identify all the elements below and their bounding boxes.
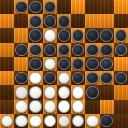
square-r3c8[interactable]: [114, 43, 128, 57]
square-r5c6[interactable]: [85, 71, 99, 85]
square-r7c3[interactable]: [43, 100, 57, 114]
black-piece[interactable]: [100, 58, 112, 70]
square-r1c7[interactable]: [100, 14, 114, 28]
square-r4c3[interactable]: [43, 57, 57, 71]
square-r2c4[interactable]: [57, 28, 71, 42]
black-piece[interactable]: [100, 72, 112, 84]
square-r8c7[interactable]: [100, 114, 114, 128]
square-r2c0[interactable]: [0, 28, 14, 42]
square-r8c8[interactable]: [114, 114, 128, 128]
square-r7c0[interactable]: [0, 100, 14, 114]
white-piece[interactable]: [58, 100, 70, 112]
square-r3c1[interactable]: [14, 43, 28, 57]
square-r6c3[interactable]: [43, 85, 57, 99]
square-r4c0[interactable]: [0, 57, 14, 71]
black-piece[interactable]: [29, 15, 41, 27]
square-r6c7[interactable]: [100, 85, 114, 99]
square-r2c7[interactable]: [100, 28, 114, 42]
square-r5c3[interactable]: [43, 71, 57, 85]
black-piece[interactable]: [115, 29, 127, 41]
black-piece[interactable]: [86, 72, 98, 84]
square-r6c4[interactable]: [57, 85, 71, 99]
square-r2c3[interactable]: [43, 28, 57, 42]
square-r2c6[interactable]: [85, 28, 99, 42]
square-r7c6[interactable]: [85, 100, 99, 114]
square-r4c6[interactable]: [85, 57, 99, 71]
square-r8c6[interactable]: [85, 114, 99, 128]
square-r5c0[interactable]: [0, 71, 14, 85]
white-piece[interactable]: [58, 115, 70, 127]
black-piece[interactable]: [58, 44, 70, 56]
square-r6c5[interactable]: [71, 85, 85, 99]
white-piece[interactable]: [1, 115, 13, 127]
black-piece[interactable]: [15, 44, 27, 56]
square-r4c7[interactable]: [100, 57, 114, 71]
black-piece[interactable]: [29, 58, 41, 70]
square-r8c5[interactable]: [71, 114, 85, 128]
black-piece[interactable]: [86, 86, 98, 98]
black-piece[interactable]: [86, 29, 98, 41]
square-r8c3[interactable]: [43, 114, 57, 128]
square-r2c8[interactable]: [114, 28, 128, 42]
black-piece[interactable]: [58, 15, 70, 27]
square-r5c1[interactable]: [14, 71, 28, 85]
square-r0c6[interactable]: [85, 0, 99, 14]
black-piece[interactable]: [15, 1, 27, 13]
black-piece[interactable]: [86, 44, 98, 56]
square-r6c2[interactable]: [28, 85, 42, 99]
square-r1c6[interactable]: [85, 14, 99, 28]
square-r3c0[interactable]: [0, 43, 14, 57]
square-r0c8[interactable]: [114, 0, 128, 14]
white-piece[interactable]: [58, 72, 70, 84]
white-piece[interactable]: [86, 115, 98, 127]
black-piece[interactable]: [29, 1, 41, 13]
square-r7c4[interactable]: [57, 100, 71, 114]
black-piece[interactable]: [72, 44, 84, 56]
white-piece[interactable]: [44, 29, 56, 41]
square-r4c5[interactable]: [71, 57, 85, 71]
square-r8c2[interactable]: [28, 114, 42, 128]
white-piece[interactable]: [58, 86, 70, 98]
square-r0c7[interactable]: [100, 0, 114, 14]
square-r1c1[interactable]: [14, 14, 28, 28]
square-r1c4[interactable]: [57, 14, 71, 28]
square-r5c2[interactable]: [28, 71, 42, 85]
square-r7c5[interactable]: [71, 100, 85, 114]
square-r5c8[interactable]: [114, 71, 128, 85]
black-piece[interactable]: [29, 44, 41, 56]
square-r0c2[interactable]: [28, 0, 42, 14]
square-r6c6[interactable]: [85, 85, 99, 99]
square-r1c3[interactable]: [43, 14, 57, 28]
square-r6c1[interactable]: [14, 85, 28, 99]
square-r8c4[interactable]: [57, 114, 71, 128]
black-piece[interactable]: [44, 1, 56, 13]
square-r0c4[interactable]: [57, 0, 71, 14]
black-piece[interactable]: [29, 29, 41, 41]
square-r5c4[interactable]: [57, 71, 71, 85]
white-piece[interactable]: [15, 100, 27, 112]
white-piece[interactable]: [72, 115, 84, 127]
black-piece[interactable]: [115, 44, 127, 56]
white-piece[interactable]: [44, 58, 56, 70]
black-piece[interactable]: [44, 15, 56, 27]
square-r3c5[interactable]: [71, 43, 85, 57]
white-piece[interactable]: [44, 86, 56, 98]
black-piece[interactable]: [100, 29, 112, 41]
square-r7c1[interactable]: [14, 100, 28, 114]
black-piece[interactable]: [86, 58, 98, 70]
square-r6c0[interactable]: [0, 85, 14, 99]
square-r2c2[interactable]: [28, 28, 42, 42]
square-r0c5[interactable]: [71, 0, 85, 14]
square-r3c2[interactable]: [28, 43, 42, 57]
square-r4c2[interactable]: [28, 57, 42, 71]
black-piece[interactable]: [72, 29, 84, 41]
black-piece[interactable]: [15, 72, 27, 84]
square-r3c4[interactable]: [57, 43, 71, 57]
square-r3c6[interactable]: [85, 43, 99, 57]
square-r6c8[interactable]: [114, 85, 128, 99]
square-r4c1[interactable]: [14, 57, 28, 71]
square-r3c3[interactable]: [43, 43, 57, 57]
square-r4c8[interactable]: [114, 57, 128, 71]
black-piece[interactable]: [44, 44, 56, 56]
game-board: [0, 0, 128, 128]
square-r7c7[interactable]: [100, 100, 114, 114]
black-piece[interactable]: [115, 72, 127, 84]
square-r3c7[interactable]: [100, 43, 114, 57]
square-r0c0[interactable]: [0, 0, 14, 14]
square-r4c4[interactable]: [57, 57, 71, 71]
white-piece[interactable]: [29, 100, 41, 112]
black-piece[interactable]: [58, 58, 70, 70]
square-r1c0[interactable]: [0, 14, 14, 28]
square-r7c2[interactable]: [28, 100, 42, 114]
square-r5c5[interactable]: [71, 71, 85, 85]
white-piece[interactable]: [15, 86, 27, 98]
square-r5c7[interactable]: [100, 71, 114, 85]
black-piece[interactable]: [72, 58, 84, 70]
white-piece[interactable]: [29, 115, 41, 127]
black-piece[interactable]: [100, 44, 112, 56]
square-r1c5[interactable]: [71, 14, 85, 28]
square-r2c5[interactable]: [71, 28, 85, 42]
square-r0c3[interactable]: [43, 0, 57, 14]
square-r8c1[interactable]: [14, 114, 28, 128]
square-r8c0[interactable]: [0, 114, 14, 128]
white-piece[interactable]: [29, 86, 41, 98]
square-r2c1[interactable]: [14, 28, 28, 42]
white-piece[interactable]: [72, 100, 84, 112]
square-r0c1[interactable]: [14, 0, 28, 14]
square-r1c8[interactable]: [114, 14, 128, 28]
square-r1c2[interactable]: [28, 14, 42, 28]
black-piece[interactable]: [100, 115, 112, 127]
white-piece[interactable]: [29, 72, 41, 84]
square-r7c8[interactable]: [114, 100, 128, 114]
black-piece[interactable]: [72, 72, 84, 84]
white-piece[interactable]: [44, 100, 56, 112]
white-piece[interactable]: [15, 115, 27, 127]
black-piece[interactable]: [44, 72, 56, 84]
black-piece[interactable]: [58, 29, 70, 41]
white-piece[interactable]: [44, 115, 56, 127]
white-piece[interactable]: [72, 86, 84, 98]
